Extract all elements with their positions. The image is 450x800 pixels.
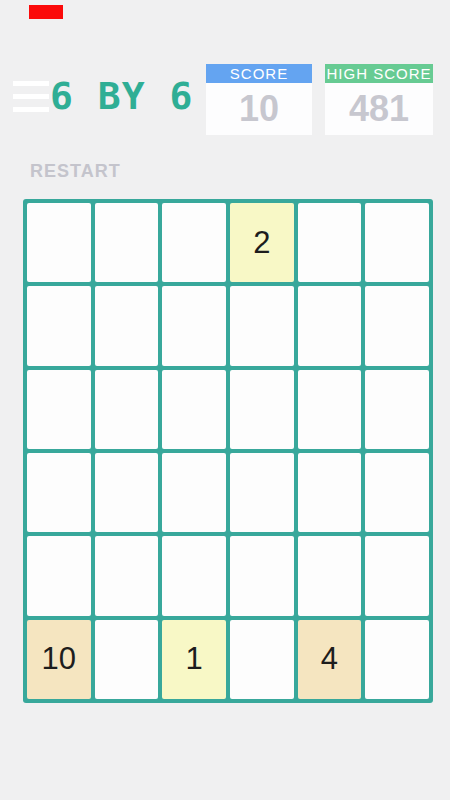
board-cell [298, 286, 362, 365]
score-box: SCORE 10 [206, 64, 312, 135]
hamburger-bar [13, 107, 49, 112]
board-cell [365, 453, 429, 532]
tile: 2 [230, 203, 294, 282]
board-cell [27, 286, 91, 365]
board-cell [298, 453, 362, 532]
board-cell [95, 203, 159, 282]
board-cell [298, 203, 362, 282]
board-cell [95, 620, 159, 699]
board-cell [27, 370, 91, 449]
score-label: SCORE [206, 64, 312, 83]
tile: 10 [27, 620, 91, 699]
board-cell [27, 453, 91, 532]
tile: 1 [162, 620, 226, 699]
board-cell [95, 370, 159, 449]
board-cell [162, 286, 226, 365]
board-cell [162, 370, 226, 449]
board-cell [365, 370, 429, 449]
tile: 4 [298, 620, 362, 699]
recording-indicator-bar [29, 5, 63, 19]
hamburger-menu-icon[interactable] [13, 81, 49, 112]
board-cell [27, 203, 91, 282]
board-cell [298, 370, 362, 449]
board-cell [95, 453, 159, 532]
board-cell [95, 536, 159, 615]
board-cell [162, 203, 226, 282]
board-cell [365, 536, 429, 615]
board-cell [365, 286, 429, 365]
high-score-value: 481 [325, 83, 433, 135]
board-cell [365, 620, 429, 699]
hamburger-bar [13, 81, 49, 86]
board-cell [162, 453, 226, 532]
board-cell [230, 370, 294, 449]
board[interactable]: 21014 [23, 199, 433, 703]
board-cell [298, 536, 362, 615]
board-cell [95, 286, 159, 365]
hamburger-bar [13, 94, 49, 99]
board-cell [230, 453, 294, 532]
board-cell [365, 203, 429, 282]
restart-button[interactable]: RESTART [30, 161, 121, 182]
app-title: 6 BY 6 [50, 77, 193, 115]
score-value: 10 [206, 83, 312, 135]
board-cell [230, 286, 294, 365]
board-cell [162, 536, 226, 615]
board-cell [27, 536, 91, 615]
board-cell [230, 536, 294, 615]
high-score-label: HIGH SCORE [325, 64, 433, 83]
board-cell [230, 620, 294, 699]
high-score-box: HIGH SCORE 481 [325, 64, 433, 135]
